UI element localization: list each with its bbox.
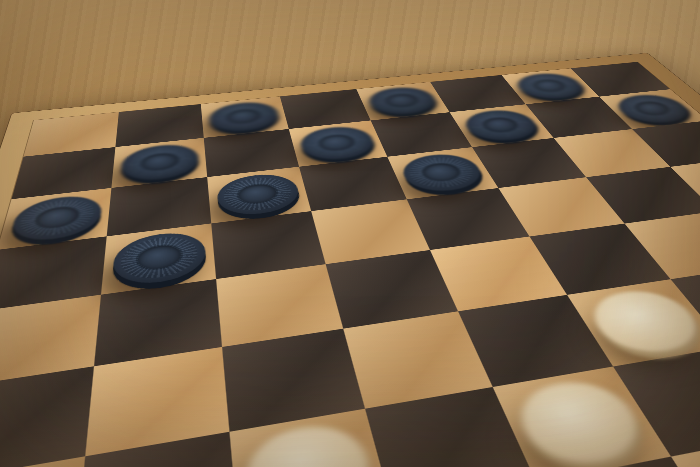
checker-dark-piece[interactable]: [396, 151, 489, 195]
checker-dark-piece[interactable]: [111, 229, 207, 289]
checker-dark-piece[interactable]: [120, 142, 200, 184]
checker-dark-piece[interactable]: [296, 124, 379, 163]
checker-light-piece[interactable]: [242, 418, 379, 467]
checker-dark-piece[interactable]: [208, 100, 282, 135]
checker-dark-piece[interactable]: [7, 192, 103, 244]
checker-dark-piece[interactable]: [364, 85, 442, 117]
checkers-board: [0, 53, 700, 467]
square-r6c1[interactable]: [0, 366, 94, 467]
checker-dark-piece[interactable]: [509, 71, 591, 101]
board-grid: [0, 62, 700, 467]
board-frame: [0, 53, 700, 467]
checker-dark-piece[interactable]: [215, 171, 302, 219]
checker-dark-piece[interactable]: [458, 107, 545, 143]
table-surface: [0, 0, 700, 467]
